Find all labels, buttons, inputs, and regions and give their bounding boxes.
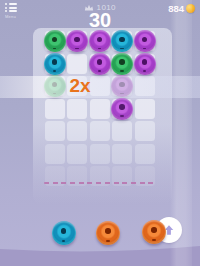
cell-r1c5[interactable] [135,31,155,51]
coin-icon [186,4,195,13]
teal-piece [44,53,66,75]
cell-r5c5[interactable] [135,121,155,141]
piece-mouth [62,240,66,242]
purple-piece [134,30,156,52]
piece-mouth [75,48,79,50]
cell-r6c1[interactable] [45,144,65,164]
cell-r5c3[interactable] [90,121,110,141]
cell-r3c5[interactable] [135,76,155,96]
green-piece [44,30,66,52]
piece-mouth [143,70,147,72]
piece-mouth [143,48,147,50]
piece-eye [61,228,67,234]
purple-piece [111,98,133,120]
piece-mouth [53,48,57,50]
piece-mouth [120,48,124,50]
multiplier-label: 2x [62,75,98,97]
cell-r6c5[interactable] [135,144,155,164]
coin-balance: 884 [168,3,195,14]
teal-piece [111,30,133,52]
cell-r4c3[interactable] [90,99,110,119]
tray-piece-3[interactable] [142,220,166,244]
cell-r2c4[interactable] [112,54,132,74]
cell-r6c4[interactable] [112,144,132,164]
piece-eye [74,37,80,43]
cell-r4c2[interactable] [67,99,87,119]
cell-r4c4[interactable] [112,99,132,119]
piece-mouth [120,93,124,95]
cell-r2c3[interactable] [90,54,110,74]
ghost-purple-piece [111,75,133,97]
orange-piece [142,220,166,244]
piece-eye [52,82,58,88]
piece-eye [119,104,125,110]
piece-mouth [120,115,124,117]
cell-r2c1[interactable] [45,54,65,74]
cell-r6c2[interactable] [67,144,87,164]
green-piece [111,53,133,75]
coin-count: 884 [168,3,184,14]
game-screen: Menu 1010 30 884 2x [0,0,200,266]
board-grid [45,31,155,186]
cell-r6c3[interactable] [90,144,110,164]
cell-r1c1[interactable] [45,31,65,51]
cell-r1c2[interactable] [67,31,87,51]
purple-piece [89,53,111,75]
purple-piece [66,30,88,52]
piece-eye [97,59,103,65]
cell-r2c2[interactable] [67,54,87,74]
purple-piece [134,53,156,75]
piece-eye [119,37,125,43]
piece-eye [52,59,58,65]
cell-r3c4[interactable] [112,76,132,96]
piece-mouth [53,70,57,72]
teal-piece [52,221,76,245]
piece-eye [119,59,125,65]
piece-eye [119,82,125,88]
cell-r5c4[interactable] [112,121,132,141]
piece-eye [52,37,58,43]
piece-eye [97,37,103,43]
cell-r5c2[interactable] [67,121,87,141]
piece-mouth [120,70,124,72]
piece-mouth [152,239,156,241]
piece-mouth [98,70,102,72]
tray-piece-1[interactable] [52,221,76,245]
cell-r1c4[interactable] [112,31,132,51]
piece-mouth [53,93,57,95]
cell-r5c1[interactable] [45,121,65,141]
cell-r4c1[interactable] [45,99,65,119]
orange-piece [96,221,120,245]
cell-r1c3[interactable] [90,31,110,51]
bottom-wave [0,243,200,266]
piece-eye [142,37,148,43]
purple-piece [89,30,111,52]
cell-r2c5[interactable] [135,54,155,74]
piece-eye [151,227,157,233]
cell-r4c5[interactable] [135,99,155,119]
piece-eye [105,228,111,234]
piece-mouth [98,48,102,50]
piece-eye [142,59,148,65]
piece-mouth [106,240,110,242]
tray-piece-2[interactable] [96,221,120,245]
danger-dashed-line [44,182,156,184]
